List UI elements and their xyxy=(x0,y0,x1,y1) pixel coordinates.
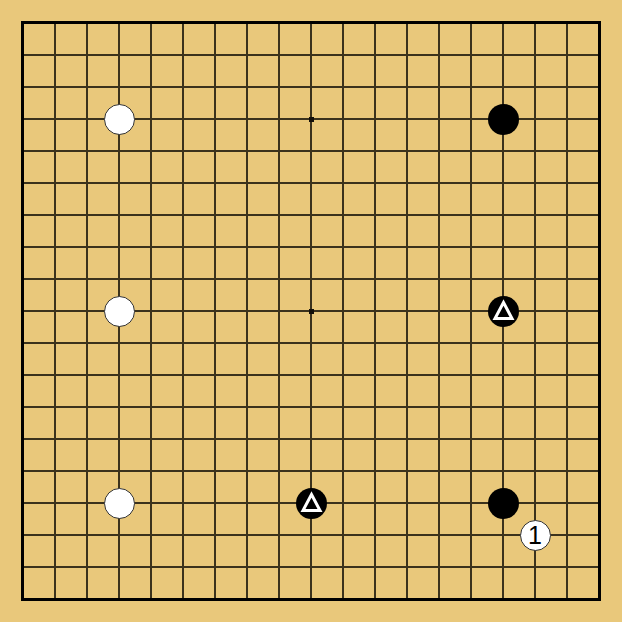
stone-white-d16[interactable] xyxy=(104,104,135,135)
move-number-label: 1 xyxy=(528,522,542,548)
stone-black-q10[interactable] xyxy=(488,296,519,327)
stone-black-q16[interactable] xyxy=(488,104,519,135)
stone-white-d4[interactable] xyxy=(104,488,135,519)
stone-black-k4[interactable] xyxy=(296,488,327,519)
star-point-k16 xyxy=(309,117,314,122)
stone-black-q4[interactable] xyxy=(488,488,519,519)
stone-white-r3[interactable]: 1 xyxy=(520,520,551,551)
triangle-mark xyxy=(296,488,327,519)
stones-layer: 1 xyxy=(0,0,622,622)
triangle-mark xyxy=(488,296,519,327)
star-point-k10 xyxy=(309,309,314,314)
stone-white-d10[interactable] xyxy=(104,296,135,327)
go-diagram: 1 xyxy=(0,0,622,622)
